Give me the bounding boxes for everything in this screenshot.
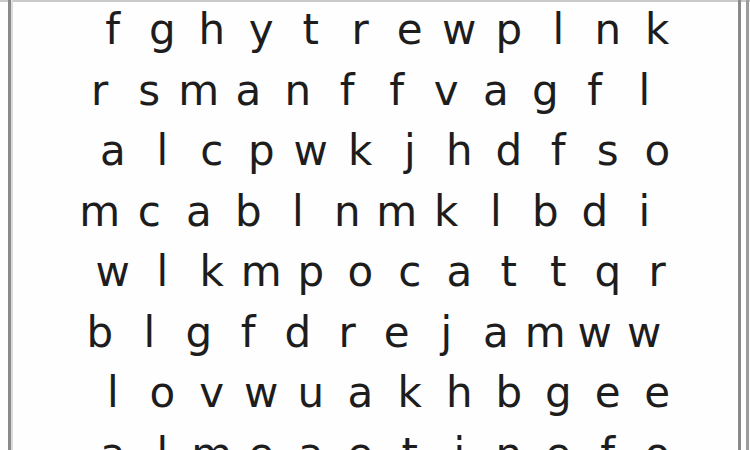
grid-cell: l [292,191,304,233]
grid-cell: p [248,130,275,172]
grid-cell: a [483,312,509,354]
grid-cell: l [107,372,119,414]
grid-cell: o [644,433,670,450]
grid-cell: v [434,70,459,112]
grid-cell: a [347,372,373,414]
grid-cell: c [138,191,161,233]
grid-cell: a [235,70,261,112]
grid-row: rsmanffvagfl [75,61,669,122]
grid-cell: m [525,312,566,354]
grid-cell: w [96,251,130,293]
grid-cell: m [241,251,282,293]
grid-cell: k [348,130,372,172]
grid-row: blgfdrejamww [75,303,669,364]
grid-cell: t [501,251,517,293]
grid-cell: r [352,9,369,51]
grid-cell: b [532,191,559,233]
grid-cell: t [303,9,319,51]
grid-cell: a [186,191,212,233]
grid-cell: r [91,70,108,112]
worksheet-page: fghytrewplnkrsmanffvagflalcpwkjhdfsomcab… [0,0,750,450]
grid-cell: h [446,130,473,172]
grid-cell: j [404,130,416,172]
grid-cell: g [149,9,176,51]
grid-cell: j [440,312,452,354]
grid-row: lovwuakhbgee [88,363,682,424]
grid-cell: a [298,433,324,450]
grid-cell: o [644,130,670,172]
grid-cell: k [434,191,458,233]
grid-cell: s [138,70,160,112]
grid-cell: e [248,433,274,450]
grid-cell: k [645,9,669,51]
grid-cell: c [200,130,223,172]
grid-cell: f [389,70,404,112]
grid-cell: q [594,251,621,293]
word-search-grid: fghytrewplnkrsmanffvagflalcpwkjhdfsomcab… [88,0,682,450]
grid-cell: e [397,9,423,51]
grid-cell: u [297,372,324,414]
grid-row: fghytrewplnk [88,0,682,61]
grid-cell: r [649,251,666,293]
grid-cell: h [446,372,473,414]
grid-cell: g [545,372,572,414]
grid-cell: e [347,433,373,450]
grid-cell: k [200,251,224,293]
grid-cell: p [495,9,522,51]
grid-cell: d [581,191,608,233]
grid-cell: e [545,433,571,450]
grid-cell: a [483,70,509,112]
page-right-border [738,0,741,450]
grid-cell: n [334,191,361,233]
grid-cell: e [384,312,410,354]
grid-cell: e [644,372,670,414]
grid-cell: g [185,312,212,354]
grid-cell: c [398,251,421,293]
grid-cell: i [638,191,650,233]
grid-cell: f [551,130,566,172]
grid-cell: l [143,312,155,354]
grid-cell: l [638,70,650,112]
grid-cell: r [339,312,356,354]
grid-row: wlkmpocattqr [88,242,682,303]
grid-cell: l [490,191,502,233]
grid-cell: f [340,70,355,112]
grid-cell: l [156,130,168,172]
grid-cell: i [453,433,465,450]
grid-cell: m [191,433,232,450]
grid-cell: w [442,9,476,51]
grid-cell: f [241,312,256,354]
grid-cell: l [156,251,168,293]
grid-cell: f [105,9,120,51]
grid-cell: k [398,372,422,414]
grid-cell: e [595,372,621,414]
grid-cell: n [495,433,522,450]
grid-row: mcablnmklbdi [75,182,669,243]
grid-cell: w [294,130,328,172]
grid-cell: m [376,191,417,233]
grid-cell: b [86,312,113,354]
grid-cell: b [495,372,522,414]
grid-cell: d [495,130,522,172]
grid-cell: m [79,191,120,233]
grid-cell: t [550,251,566,293]
page-right-edge-border [746,0,749,450]
grid-cell: f [587,70,602,112]
grid-cell: a [100,433,126,450]
grid-cell: n [284,70,311,112]
grid-cell: y [249,9,274,51]
grid-cell: w [627,312,661,354]
grid-cell: d [284,312,311,354]
grid-cell: o [149,372,175,414]
grid-row: alcpwkjhdfso [88,121,682,182]
grid-cell: p [297,251,324,293]
grid-cell: a [100,130,126,172]
grid-cell: s [597,130,619,172]
grid-cell: o [347,251,373,293]
grid-cell: w [578,312,612,354]
grid-cell: a [446,251,472,293]
page-left-border [8,0,11,450]
grid-cell: w [244,372,278,414]
grid-cell: b [235,191,262,233]
grid-cell: t [402,433,418,450]
grid-cell: h [198,9,225,51]
grid-cell: v [199,372,224,414]
grid-cell: l [552,9,564,51]
grid-cell: m [178,70,219,112]
grid-cell: f [600,433,615,450]
grid-cell: n [594,9,621,51]
grid-cell: g [532,70,559,112]
grid-cell: l [156,433,168,450]
grid-row: almeaetinefo [88,424,682,450]
